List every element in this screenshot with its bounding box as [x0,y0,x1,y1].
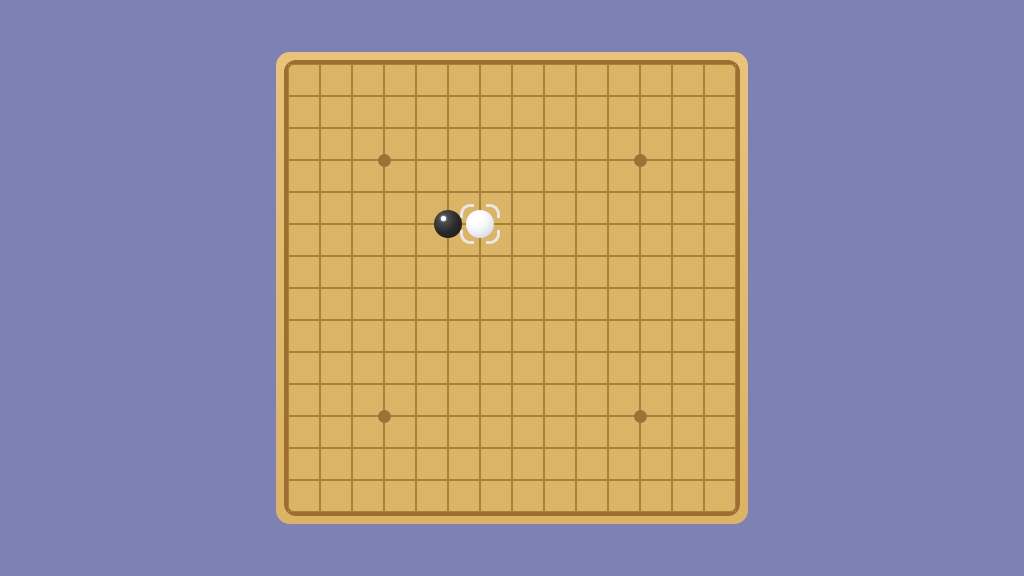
star-point [378,410,391,423]
star-point-cell [368,144,400,176]
board-intersections[interactable] [272,48,752,528]
star-point [378,154,391,167]
white-stone[interactable] [466,210,494,238]
star-point-cell [368,400,400,432]
white-stone-cell[interactable] [464,208,496,240]
star-point [634,154,647,167]
app-background [0,0,1024,576]
black-stone[interactable] [434,210,462,238]
star-point-cell [624,400,656,432]
screen: { "game": "gomoku (five-in-a-row) on a 1… [0,0,1024,576]
goban[interactable] [276,52,748,524]
star-point [634,410,647,423]
star-point-cell [624,144,656,176]
